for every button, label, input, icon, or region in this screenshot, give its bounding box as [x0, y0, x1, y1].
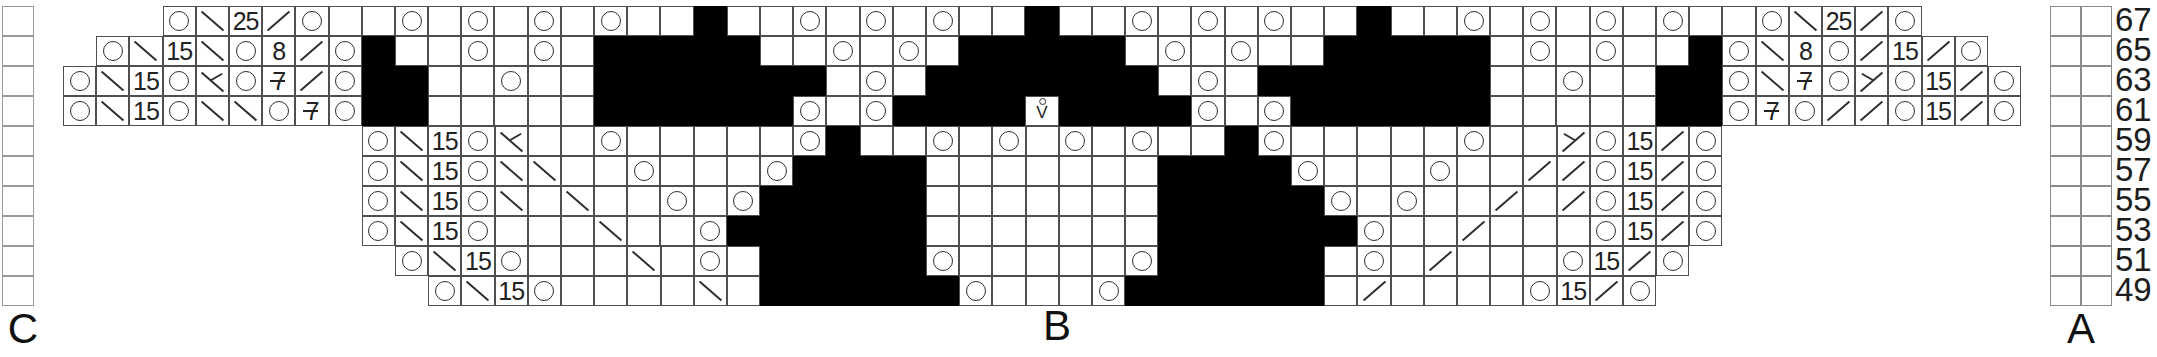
chart-cell-no-stitch: [893, 156, 926, 186]
chart-cell-knit-count: 15: [163, 36, 196, 66]
hooked-decrease-right-icon: [1856, 67, 1887, 95]
chart-cell-no-stitch: [1059, 66, 1092, 96]
: [210, 72, 222, 80]
yarnover-icon: [933, 131, 953, 151]
chart-cell-knit: [627, 186, 660, 216]
left-decrease-icon: [500, 161, 523, 182]
chart-cell-yarnover: [926, 126, 959, 156]
chart-cell-yarnover: [1557, 246, 1590, 276]
chart-cell-knit: [959, 186, 992, 216]
yarnover-icon: [1530, 281, 1550, 301]
chart-cell-no-stitch: [1191, 156, 1224, 186]
chart-cell-yarnover: [1590, 216, 1623, 246]
chart-cell-knit: [1158, 66, 1191, 96]
right-decrease-icon: [1926, 41, 1949, 62]
chart-cell-knit: [561, 66, 594, 96]
right-decrease-icon: [1860, 41, 1883, 62]
yarnover-icon: [534, 281, 554, 301]
yarnover-icon: [1132, 251, 1152, 271]
chart-cell-no-stitch: [1125, 96, 1158, 126]
chart-cell-yarnover: [1689, 216, 1722, 246]
chart-cell-left-decrease: [627, 246, 660, 276]
chart-row-49: 1515: [428, 276, 2021, 306]
chart-cell-knit: [494, 6, 527, 36]
chart-cell-knit-count: 7: [1756, 96, 1789, 126]
chart-cell-no-stitch: [793, 156, 826, 186]
chart-cell-knit: [1523, 216, 1556, 246]
chart-cell-knit: [959, 246, 992, 276]
chart-cell-knit: [1324, 6, 1357, 36]
stitch-count-label: 15: [432, 187, 458, 215]
chart-cell-knit: [1424, 186, 1457, 216]
chart-cell-yarnover: [1424, 156, 1457, 186]
row-number-label: 55: [2115, 184, 2152, 214]
chart-cell-yarnover: [1656, 6, 1689, 36]
right-decrease-icon: [1827, 101, 1850, 122]
chart-cell-no-stitch: [1457, 96, 1490, 126]
chart-cell-knit-count: 7: [262, 66, 295, 96]
chart-cell-knit: [760, 36, 793, 66]
chart-cell-no-stitch: [760, 276, 793, 306]
chart-cell-knit: [428, 96, 461, 126]
chart-cell-left-decrease: [96, 96, 129, 126]
chart-cell-knit: [528, 66, 561, 96]
yarnover-icon: [634, 161, 654, 181]
left-decrease-icon: [201, 101, 224, 122]
chart-cell-no-stitch: [959, 36, 992, 66]
chart-cell-center-stitch: V: [1025, 96, 1058, 126]
left-edge-column: [2, 6, 34, 306]
chart-cell-yarnover: [1590, 36, 1623, 66]
left-edge-cell-row: [2, 36, 34, 66]
chart-cell-knit: [959, 156, 992, 186]
edge-cell: [2, 6, 34, 36]
chart-cell-knit: [1059, 246, 1092, 276]
chart-cell-no-stitch: [694, 66, 727, 96]
edge-cell: [2, 96, 34, 126]
hooked-decrease-right-icon: [1558, 127, 1589, 155]
chart-cell-knit: [926, 36, 959, 66]
chart-cell-knit: [561, 36, 594, 66]
stitch-count-label: 7: [272, 67, 285, 95]
left-decrease-icon: [500, 191, 523, 212]
chart-cell-knit: [1556, 96, 1589, 126]
left-decrease-icon: [400, 131, 423, 152]
chart-cell-knit: [860, 36, 893, 66]
left-edge-cell-row: [2, 6, 34, 36]
yarnover-icon: [1829, 41, 1849, 61]
chart-cell-yarnover: [528, 36, 561, 66]
chart-cell-no-stitch: [1025, 36, 1058, 66]
chart-cell-knit-count: 7: [1789, 66, 1822, 96]
chart-cell-yarnover: [793, 126, 826, 156]
chart-cell-no-stitch: [760, 96, 793, 126]
hooked-decrease-left-icon: [197, 67, 228, 95]
row-number-label: 65: [2115, 34, 2152, 64]
edge-cell: [2050, 216, 2081, 246]
chart-cell-knit: [461, 96, 494, 126]
chart-cell-knit: [793, 36, 826, 66]
stitch-count-label: 15: [1627, 127, 1653, 155]
chart-cell-knit: [528, 186, 561, 216]
yarnover-icon: [501, 71, 521, 91]
chart-cell-no-stitch: [1689, 66, 1722, 96]
chart-cell-no-stitch: [826, 156, 859, 186]
stitch-count-label: 25: [1826, 7, 1852, 35]
right-edge-cell-row: [2050, 156, 2112, 186]
chart-cell-knit: [395, 36, 428, 66]
yarnover-icon: [1596, 131, 1616, 151]
chart-cell-no-stitch: [1158, 246, 1191, 276]
chart-cell-knit: [1490, 66, 1523, 96]
yarnover-icon: [402, 11, 422, 31]
chart-cell-knit-count: 15: [1888, 36, 1921, 66]
chart-cell-yarnover: [362, 186, 395, 216]
chart-cell-knit: [1590, 66, 1623, 96]
chart-cell-yarnover: [1822, 66, 1855, 96]
yarnover-icon: [1829, 71, 1849, 91]
chart-row-67: 2525: [163, 6, 2021, 36]
chart-cell-knit: [1059, 156, 1092, 186]
chart-cell-yarnover: [1590, 156, 1623, 186]
chart-cell-right-decrease: [1490, 186, 1523, 216]
chart-cell-yarnover: [1191, 6, 1224, 36]
chart-cell-knit-count: 8: [262, 36, 295, 66]
left-decrease-icon: [1794, 11, 1817, 32]
chart-cell-no-stitch: [727, 66, 760, 96]
yarnover-icon: [1198, 101, 1218, 121]
chart-cell-right-decrease: [1855, 96, 1888, 126]
chart-cell-no-stitch: [1025, 6, 1058, 36]
yarnover-icon: [1464, 11, 1484, 31]
chart-cell-left-decrease: [395, 156, 428, 186]
chart-cell-yarnover: [793, 96, 826, 126]
yarnover-icon: [368, 161, 388, 181]
chart-cell-knit: [926, 216, 959, 246]
edge-cell: [2081, 36, 2112, 66]
chart-cell-right-decrease: [1656, 126, 1689, 156]
chart-cell-yarnover: [1291, 156, 1324, 186]
chart-cell-no-stitch: [627, 96, 660, 126]
chart-cell-knit: [528, 126, 561, 156]
chart-cell-yarnover: [793, 6, 826, 36]
stitch-count-label: 15: [498, 277, 524, 305]
edge-label-a: A: [2046, 306, 2116, 352]
chart-cell-knit: [594, 276, 627, 306]
chart-cell-knit: [893, 66, 926, 96]
left-decrease-icon: [400, 191, 423, 212]
row-number-label: 67: [2115, 4, 2152, 34]
chart-cell-knit-count: 15: [1623, 216, 1656, 246]
chart-cell-no-stitch: [760, 66, 793, 96]
chart-cell-no-stitch: [860, 246, 893, 276]
right-decrease-icon: [1661, 131, 1684, 152]
knitting-chart-page: 2525158815157715157V71515151515151515151…: [0, 0, 2157, 357]
chart-cell-knit: [1026, 126, 1059, 156]
right-decrease-icon: [1528, 161, 1551, 182]
chart-cell-no-stitch: [1689, 96, 1722, 126]
yarnover-icon: [1596, 41, 1616, 61]
chart-cell-knit: [428, 66, 461, 96]
chart-cell-yarnover: [694, 216, 727, 246]
stitch-count-label: 15: [133, 67, 159, 95]
chart-cell-knit: [1689, 6, 1722, 36]
yarnover-icon: [1430, 161, 1450, 181]
yarnover-icon: [70, 101, 90, 121]
yarnover-icon: [468, 11, 488, 31]
yarnover-icon: [402, 251, 422, 271]
chart-cell-knit: [528, 246, 561, 276]
chart-cell-knit: [694, 126, 727, 156]
left-decrease-icon: [566, 191, 589, 212]
chart-cell-knit: [594, 246, 627, 276]
stitch-count-label: 7: [305, 97, 318, 125]
right-decrease-icon: [1661, 191, 1684, 212]
yarnover-icon: [966, 281, 986, 301]
yarnover-icon: [866, 101, 886, 121]
chart-cell-knit: [660, 6, 693, 36]
stitch-count-label: 15: [432, 127, 458, 155]
chart-row-55: 1515: [362, 186, 2021, 216]
chart-cell-no-stitch: [826, 186, 859, 216]
chart-cell-no-stitch: [793, 246, 826, 276]
yarnover-icon: [1795, 101, 1815, 121]
chart-cell-knit: [1623, 96, 1656, 126]
chart-cell-no-stitch: [1424, 36, 1457, 66]
chart-cell-no-stitch: [1357, 96, 1390, 126]
chart-cell-knit: [1324, 276, 1357, 306]
chart-cell-knit: [727, 276, 760, 306]
right-decrease-icon: [1462, 221, 1485, 242]
yarnover-icon: [1596, 11, 1616, 31]
chart-cell-knit-count: 15: [1590, 246, 1623, 276]
chart-cell-knit: [428, 36, 461, 66]
chart-cell-no-stitch: [1192, 246, 1225, 276]
chart-cell-yarnover: [1689, 186, 1722, 216]
left-decrease-icon: [400, 221, 423, 242]
yarnover-icon: [1264, 101, 1284, 121]
stitch-count-label: 15: [465, 247, 491, 275]
chart-cell-knit: [1324, 156, 1357, 186]
chart-cell-knit: [561, 276, 594, 306]
chart-cell-no-stitch: [793, 186, 826, 216]
yarnover-icon: [103, 41, 123, 61]
chart-cell-knit-count: 15: [1922, 96, 1955, 126]
chart-cell-left-decrease: [96, 66, 129, 96]
stitch-count-label: 15: [432, 217, 458, 245]
chart-cell-knit: [992, 6, 1025, 36]
yarnover-icon: [1994, 71, 2014, 91]
chart-cell-knit-count: 15: [428, 186, 461, 216]
right-decrease-icon: [300, 41, 323, 62]
yarnover-icon: [534, 41, 554, 61]
chart-cell-no-stitch: [660, 36, 693, 66]
yarnover-icon: [1729, 41, 1749, 61]
chart-cell-right-decrease: [1656, 186, 1689, 216]
chart-cell-no-stitch: [1191, 216, 1224, 246]
chart-cell-left-decrease: [196, 6, 229, 36]
chart-cell-yarnover: [594, 126, 627, 156]
edge-cell: [2081, 66, 2112, 96]
chart-cell-no-stitch: [1324, 36, 1357, 66]
chart-cell-yarnover: [1689, 126, 1722, 156]
yarnover-icon: [1264, 11, 1284, 31]
right-decrease-icon: [1661, 161, 1684, 182]
chart-cell-yarnover: [1888, 96, 1921, 126]
chart-cell-knit-count: 25: [1822, 6, 1855, 36]
chart-cell-no-stitch: [1324, 96, 1357, 126]
right-decrease-icon: [1562, 191, 1585, 212]
chart-cell-knit: [1391, 216, 1424, 246]
edge-cell: [2081, 6, 2112, 36]
chart-cell-knit: [1357, 126, 1390, 156]
chart-cell-left-decrease: [229, 96, 262, 126]
chart-cell-no-stitch: [362, 96, 395, 126]
chart-cell-right-decrease: [1590, 276, 1623, 306]
chart-cell-knit: [959, 126, 992, 156]
chart-cell-knit: [1092, 246, 1125, 276]
chart-cell-no-stitch: [727, 36, 760, 66]
right-decrease-icon: [1362, 281, 1385, 302]
right-decrease-icon: [1661, 221, 1684, 242]
chart-cell-yarnover: [594, 6, 627, 36]
chart-row-53: 1515: [362, 216, 2021, 246]
edge-cell: [2050, 276, 2081, 306]
yarnover-icon: [1729, 101, 1749, 121]
chart-cell-knit: [694, 186, 727, 216]
chart-cell-knit: [1225, 66, 1258, 96]
yarnover-icon: [1198, 11, 1218, 31]
chart-cell-knit: [893, 126, 926, 156]
chart-cell-knit: [1490, 36, 1523, 66]
yarnover-icon: [335, 41, 355, 61]
chart-cell-yarnover: [528, 276, 561, 306]
: [1862, 72, 1874, 80]
chart-cell-no-stitch: [1125, 66, 1158, 96]
chart-cell-yarnover: [395, 246, 428, 276]
chart-cell-knit-count: 25: [229, 6, 262, 36]
chart-cell-yarnover: [1689, 156, 1722, 186]
chart-cell-yarnover: [926, 246, 959, 276]
chart-cell-knit: [661, 246, 694, 276]
chart-cell-yarnover: [893, 36, 926, 66]
chart-cell-knit: [1059, 216, 1092, 246]
chart-cell-yarnover: [1092, 276, 1125, 306]
edge-cell: [2050, 246, 2081, 276]
chart-cell-knit: [1092, 156, 1125, 186]
chart-cell-knit: [826, 96, 859, 126]
chart-cell-yarnover: [461, 6, 494, 36]
chart-cell-knit: [1026, 246, 1059, 276]
chart-cell-no-stitch: [893, 96, 926, 126]
chart-cell-no-stitch: [1225, 246, 1258, 276]
edge-cell: [2, 276, 34, 306]
chart-cell-yarnover: [860, 66, 893, 96]
chart-cell-yarnover: [1059, 126, 1092, 156]
chart-cell-no-stitch: [1324, 216, 1357, 246]
chart-cell-knit: [1191, 36, 1224, 66]
stitch-count-label: 8: [1799, 37, 1812, 65]
chart-cell-knit: [1357, 156, 1390, 186]
yarnover-icon: [468, 161, 488, 181]
chart-cell-yarnover: [1523, 276, 1556, 306]
yarnover-icon: [269, 101, 289, 121]
edge-cell: [2, 126, 34, 156]
chart-cell-knit: [1291, 36, 1324, 66]
chart-cell-knit: [1623, 36, 1656, 66]
chart-cell-knit: [561, 6, 594, 36]
chart-cell-no-stitch: [826, 126, 859, 156]
chart-cell-knit-count: 15: [1623, 156, 1656, 186]
chart-cell-no-stitch: [727, 96, 760, 126]
edge-cell: [2050, 96, 2081, 126]
chart-cell-knit: [627, 216, 660, 246]
yarnover-icon: [1994, 101, 2014, 121]
chart-cell-knit-count: 15: [1922, 66, 1955, 96]
edge-cell: [2081, 96, 2112, 126]
right-edge-cell-row: [2050, 126, 2112, 156]
chart-cell-yarnover: [1357, 216, 1390, 246]
chart-cell-yarnover: [163, 66, 196, 96]
chart-cell-no-stitch: [660, 96, 693, 126]
yarnover-icon: [368, 191, 388, 211]
edge-cell: [2, 186, 34, 216]
yarnover-icon: [435, 281, 455, 301]
yarnover-icon: [1663, 251, 1683, 271]
yarnover-icon: [1895, 11, 1915, 31]
yarnover-icon: [302, 11, 322, 31]
chart-cell-yarnover: [395, 6, 428, 36]
chart-cell-yarnover: [627, 156, 660, 186]
chart-cell-no-stitch: [992, 36, 1025, 66]
chart-cell-knit: [494, 36, 527, 66]
chart-cell-no-stitch: [1125, 276, 1158, 306]
chart-cell-knit: [1092, 216, 1125, 246]
chart-cell-yarnover: [1590, 186, 1623, 216]
edge-cell: [2081, 156, 2112, 186]
chart-cell-knit: [694, 156, 727, 186]
right-edge-cell-row: [2050, 96, 2112, 126]
chart-cell-no-stitch: [1391, 36, 1424, 66]
chart-cell-no-stitch: [1656, 96, 1689, 126]
chart-cell-no-stitch: [760, 216, 793, 246]
chart-cell-yarnover: [992, 126, 1025, 156]
chart-cell-right-decrease: [295, 36, 328, 66]
chart-cell-no-stitch: [1291, 66, 1324, 96]
chart-cell-no-stitch: [395, 66, 428, 96]
chart-row-57: 1515: [362, 156, 2021, 186]
chart-cell-yarnover: [1191, 96, 1224, 126]
chart-cell-yarnover: [959, 276, 992, 306]
right-edge-cell-row: [2050, 216, 2112, 246]
chart-cell-knit: [1191, 126, 1224, 156]
right-decrease-icon: [1429, 251, 1452, 272]
chart-cell-knit-count: 15: [1623, 186, 1656, 216]
chart-cell-knit: [992, 276, 1025, 306]
chart-cell-knit: [660, 126, 693, 156]
chart-cell-yarnover: [1722, 36, 1755, 66]
chart-cell-yarnover: [826, 36, 859, 66]
edge-cell: [2, 246, 34, 276]
chart-cell-knit: [561, 156, 594, 186]
chart-cell-no-stitch: [1225, 276, 1258, 306]
chart-cell-left-decrease: [694, 276, 727, 306]
yarnover-icon: [236, 71, 256, 91]
chart-cell-yarnover: [1125, 6, 1158, 36]
chart-cell-yarnover: [362, 216, 395, 246]
chart-cell-knit: [1158, 6, 1191, 36]
chart-cell-knit: [1557, 216, 1590, 246]
